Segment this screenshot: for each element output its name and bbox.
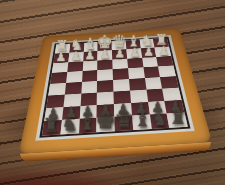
square[interactable] bbox=[67, 61, 83, 72]
square[interactable] bbox=[160, 76, 178, 88]
square[interactable] bbox=[128, 78, 145, 90]
blurred-foreground-object bbox=[0, 167, 136, 185]
chess-set-photo: ♜♞♝♚♛♝♞♜♟♟♟♟♟♟♟♟♟♟♟♟♟♟♟♟♜♞♝♚♛♝♞♜ bbox=[0, 0, 225, 185]
board-frame-front-edge bbox=[19, 141, 210, 161]
square[interactable]: ♞ bbox=[60, 119, 79, 134]
square[interactable] bbox=[141, 56, 158, 67]
piece-white-pawn[interactable]: ♟ bbox=[151, 44, 175, 56]
square[interactable] bbox=[50, 72, 67, 84]
board-silver-margin: ♜♞♝♚♛♝♞♜♟♟♟♟♟♟♟♟♟♟♟♟♟♟♟♟♜♞♝♚♛♝♞♜ bbox=[35, 35, 194, 141]
square[interactable] bbox=[126, 57, 142, 68]
square[interactable]: ♟ bbox=[154, 46, 170, 56]
piece-black-knight[interactable]: ♞ bbox=[54, 115, 84, 134]
square[interactable] bbox=[156, 55, 173, 66]
piece-black-rook[interactable]: ♜ bbox=[163, 108, 193, 127]
square[interactable] bbox=[112, 58, 128, 69]
square[interactable] bbox=[144, 77, 162, 89]
square[interactable] bbox=[81, 70, 97, 82]
square[interactable] bbox=[82, 60, 97, 71]
square[interactable] bbox=[64, 81, 81, 93]
square[interactable] bbox=[158, 65, 176, 76]
square[interactable] bbox=[97, 80, 113, 92]
square[interactable] bbox=[51, 62, 67, 73]
square[interactable] bbox=[127, 67, 144, 79]
square[interactable] bbox=[65, 71, 81, 83]
square[interactable] bbox=[97, 59, 112, 70]
square[interactable] bbox=[112, 68, 128, 80]
board-scene: ♜♞♝♚♛♝♞♜♟♟♟♟♟♟♟♟♟♟♟♟♟♟♟♟♜♞♝♚♛♝♞♜ bbox=[0, 0, 225, 185]
chess-board: ♜♞♝♚♛♝♞♜♟♟♟♟♟♟♟♟♟♟♟♟♟♟♟♟♜♞♝♚♛♝♞♜ bbox=[39, 36, 190, 137]
square[interactable] bbox=[113, 79, 130, 91]
square[interactable]: ♜ bbox=[166, 112, 187, 127]
square[interactable] bbox=[48, 82, 66, 95]
square[interactable] bbox=[97, 69, 113, 81]
square[interactable] bbox=[143, 66, 160, 78]
square[interactable] bbox=[80, 81, 96, 93]
wooden-board-frame: ♜♞♝♚♛♝♞♜♟♟♟♟♟♟♟♟♟♟♟♟♟♟♟♟♜♞♝♚♛♝♞♜ bbox=[18, 28, 211, 153]
